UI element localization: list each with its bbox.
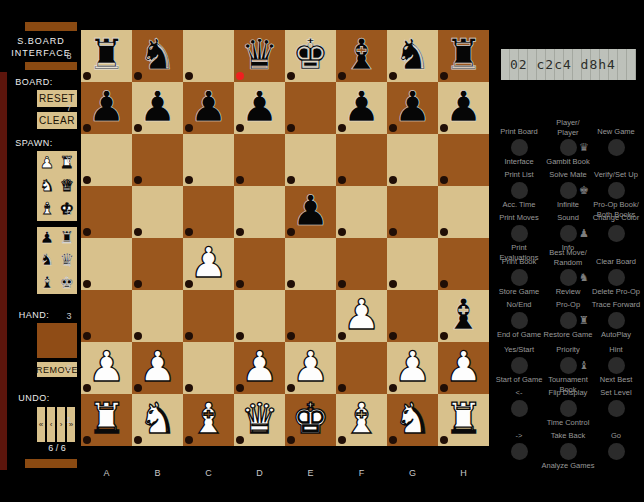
led-b6 xyxy=(134,176,142,184)
button-go[interactable] xyxy=(608,443,625,460)
square-c8[interactable] xyxy=(183,30,234,82)
led-f7 xyxy=(338,124,346,132)
label-hint: Hint xyxy=(581,345,644,355)
led-d6 xyxy=(236,176,244,184)
square-f3[interactable]: ♟ xyxy=(336,290,387,342)
led-a5 xyxy=(83,228,91,236)
square-g5[interactable] xyxy=(387,186,438,238)
piece-g7[interactable]: ♟ xyxy=(394,86,432,128)
led-c3 xyxy=(185,332,193,340)
piece-d2[interactable]: ♟ xyxy=(241,346,279,388)
piece-h2[interactable]: ♟ xyxy=(445,346,483,388)
button-print-book[interactable] xyxy=(511,269,528,286)
piece-c1[interactable]: ♝ xyxy=(190,398,228,440)
sidebar-bottom-bar xyxy=(25,459,77,468)
square-h2[interactable]: ♟ xyxy=(438,342,489,394)
spawn-section-label: SPAWN: xyxy=(4,138,64,148)
file-label-f: F xyxy=(336,468,387,478)
piece-a2[interactable]: ♟ xyxy=(88,346,126,388)
led-b1 xyxy=(134,436,142,444)
hand-section-label: HAND: xyxy=(4,310,64,320)
label-delete-pro-op: Delete Pro-Op xyxy=(581,287,644,297)
led-b4 xyxy=(134,280,142,288)
led-a8 xyxy=(83,72,91,80)
chess-board: ♜♞♛♚♝♞♜♟♟♟♟♟♟♟♟♟♟♝♟♟♟♟♟♟♜♞♝♛♚♝♞♜ xyxy=(81,30,489,446)
square-e2[interactable]: ♟ xyxy=(285,342,336,394)
spawn-bn[interactable]: ♞ xyxy=(37,249,57,271)
led-e4 xyxy=(287,280,295,288)
piece-f1[interactable]: ♝ xyxy=(343,398,381,440)
spawn-bb[interactable]: ♝ xyxy=(37,272,57,294)
square-g2[interactable]: ♟ xyxy=(387,342,438,394)
spawn-wn[interactable]: ♞ xyxy=(37,174,57,197)
square-h3[interactable]: ♝ xyxy=(438,290,489,342)
square-a2[interactable]: ♟ xyxy=(81,342,132,394)
piece-a7[interactable]: ♟ xyxy=(88,86,126,128)
led-d4 xyxy=(236,280,244,288)
piece-b8[interactable]: ♞ xyxy=(139,34,177,76)
square-a8[interactable]: ♜ xyxy=(81,30,132,82)
square-d1[interactable]: ♛ xyxy=(234,394,285,446)
square-d6[interactable] xyxy=(234,134,285,186)
led-c2 xyxy=(185,384,193,392)
led-d5 xyxy=(236,228,244,236)
led-a3 xyxy=(83,332,91,340)
piece-e8[interactable]: ♚ xyxy=(292,34,330,76)
lcd-move-text: 02 c2c4 d8h4 xyxy=(501,57,616,72)
piece-h8[interactable]: ♜ xyxy=(445,34,483,76)
board-section-label: BOARD: xyxy=(4,77,64,87)
piece-b2[interactable]: ♟ xyxy=(139,346,177,388)
button-verify-set-up[interactable] xyxy=(608,182,625,199)
square-e3[interactable] xyxy=(285,290,336,342)
led-g3 xyxy=(389,332,397,340)
led-h4 xyxy=(440,280,448,288)
piece-f3[interactable]: ♟ xyxy=(343,294,381,336)
left-accent-strip xyxy=(0,72,7,470)
led-d1 xyxy=(236,436,244,444)
square-e1[interactable]: ♚ xyxy=(285,394,336,446)
label-set-level: Set Level xyxy=(581,388,644,398)
piece-h3[interactable]: ♝ xyxy=(445,294,483,336)
square-a1[interactable]: ♜ xyxy=(81,394,132,446)
led-h3 xyxy=(440,332,448,340)
led-h2 xyxy=(440,384,448,392)
rank-label-2: 2 xyxy=(60,342,78,394)
rank-label-6: 6 xyxy=(60,134,78,186)
square-a4[interactable] xyxy=(81,238,132,290)
spawn-bp[interactable]: ♟ xyxy=(37,227,57,249)
led-b3 xyxy=(134,332,142,340)
label-next-best: Next Best xyxy=(581,375,644,385)
square-b6[interactable] xyxy=(132,134,183,186)
piece-b7[interactable]: ♟ xyxy=(139,86,177,128)
king-icon: ♚ xyxy=(579,185,589,196)
button-set-level[interactable] xyxy=(608,400,625,417)
rank-label-3: 3 xyxy=(60,290,78,342)
chess-computer-interface: S.BOARD INTERFACE BOARD: RESET CLEAR SPA… xyxy=(0,0,644,502)
square-h8[interactable]: ♜ xyxy=(438,30,489,82)
queen-icon: ♛ xyxy=(579,142,589,153)
button-best-move-random[interactable] xyxy=(560,269,577,286)
square-e4[interactable] xyxy=(285,238,336,290)
file-label-d: D xyxy=(234,468,285,478)
led-e5 xyxy=(287,228,295,236)
piece-a8[interactable]: ♜ xyxy=(88,34,126,76)
square-f7[interactable]: ♟ xyxy=(336,82,387,134)
label-new-game: New Game xyxy=(581,127,644,137)
square-b8[interactable]: ♞ xyxy=(132,30,183,82)
label-verify-set-up: Verify/Set Up xyxy=(581,170,644,180)
piece-h1[interactable]: ♜ xyxy=(445,398,483,440)
square-g6[interactable] xyxy=(387,134,438,186)
file-label-a: A xyxy=(81,468,132,478)
button-btn[interactable] xyxy=(511,443,528,460)
piece-g1[interactable]: ♞ xyxy=(394,398,432,440)
button-sound[interactable] xyxy=(560,225,577,242)
square-a3[interactable] xyxy=(81,290,132,342)
file-label-g: G xyxy=(387,468,438,478)
led-f5 xyxy=(338,228,346,236)
square-c4[interactable]: ♟ xyxy=(183,238,234,290)
square-c5[interactable] xyxy=(183,186,234,238)
piece-b1[interactable]: ♞ xyxy=(139,398,177,440)
file-labels: ABCDEFGH xyxy=(81,468,489,478)
led-a2 xyxy=(83,384,91,392)
square-f6[interactable] xyxy=(336,134,387,186)
square-g7[interactable]: ♟ xyxy=(387,82,438,134)
piece-f8[interactable]: ♝ xyxy=(343,34,381,76)
square-a5[interactable] xyxy=(81,186,132,238)
led-g1 xyxy=(389,436,397,444)
square-c2[interactable] xyxy=(183,342,234,394)
square-f8[interactable]: ♝ xyxy=(336,30,387,82)
square-a6[interactable] xyxy=(81,134,132,186)
square-g1[interactable]: ♞ xyxy=(387,394,438,446)
led-a7 xyxy=(83,124,91,132)
button-yes-start[interactable] xyxy=(511,357,528,374)
button-priority[interactable] xyxy=(560,357,577,374)
square-b4[interactable] xyxy=(132,238,183,290)
led-d8 xyxy=(236,72,244,80)
square-e5[interactable]: ♟ xyxy=(285,186,336,238)
square-f2[interactable] xyxy=(336,342,387,394)
label-autoplay: AutoPlay xyxy=(581,330,644,340)
led-c5 xyxy=(185,228,193,236)
piece-c4[interactable]: ♟ xyxy=(190,242,228,284)
square-f5[interactable] xyxy=(336,186,387,238)
led-g2 xyxy=(389,384,397,392)
label-gambit-book: Gambit Book xyxy=(533,157,603,167)
square-d4[interactable] xyxy=(234,238,285,290)
square-d2[interactable]: ♟ xyxy=(234,342,285,394)
piece-e5[interactable]: ♟ xyxy=(292,190,330,232)
piece-e2[interactable]: ♟ xyxy=(292,346,330,388)
led-h6 xyxy=(440,176,448,184)
piece-e1[interactable]: ♚ xyxy=(292,398,330,440)
button-trace-forward[interactable] xyxy=(608,312,625,329)
rank-label-8: 8 xyxy=(60,30,78,82)
pawn-icon: ♟ xyxy=(579,228,589,239)
led-e6 xyxy=(287,176,295,184)
undo-button-1[interactable]: ‹ xyxy=(47,407,55,442)
led-c4 xyxy=(185,280,193,288)
button-clear-board[interactable] xyxy=(608,269,625,286)
led-g7 xyxy=(389,124,397,132)
square-b2[interactable]: ♟ xyxy=(132,342,183,394)
square-g4[interactable] xyxy=(387,238,438,290)
button-no-end[interactable] xyxy=(511,312,528,329)
led-d3 xyxy=(236,332,244,340)
led-f8 xyxy=(338,72,346,80)
led-a6 xyxy=(83,176,91,184)
led-c8 xyxy=(185,72,193,80)
square-c7[interactable]: ♟ xyxy=(183,82,234,134)
piece-d1[interactable]: ♛ xyxy=(241,398,279,440)
led-h8 xyxy=(440,72,448,80)
button-new-game[interactable] xyxy=(608,139,625,156)
led-g5 xyxy=(389,228,397,236)
piece-f7[interactable]: ♟ xyxy=(343,86,381,128)
led-h5 xyxy=(440,228,448,236)
rank-label-1: 1 xyxy=(60,394,78,446)
led-c1 xyxy=(185,436,193,444)
square-e7[interactable] xyxy=(285,82,336,134)
label-trace-forward: Trace Forward xyxy=(581,300,644,310)
square-g3[interactable] xyxy=(387,290,438,342)
bishop-icon: ♝ xyxy=(579,360,589,371)
file-label-h: H xyxy=(438,468,489,478)
rank-label-5: 5 xyxy=(60,186,78,238)
piece-g2[interactable]: ♟ xyxy=(394,346,432,388)
spawn-wb[interactable]: ♝ xyxy=(37,198,57,221)
label-analyze-games: Analyze Games xyxy=(533,461,603,471)
square-g8[interactable]: ♞ xyxy=(387,30,438,82)
button-take-back[interactable] xyxy=(560,443,577,460)
button-solve-mate[interactable] xyxy=(560,182,577,199)
led-e3 xyxy=(287,332,295,340)
led-e7 xyxy=(287,124,295,132)
undo-button-0[interactable]: « xyxy=(37,407,45,442)
led-d7 xyxy=(236,124,244,132)
knight-icon: ♞ xyxy=(579,272,589,283)
lcd-display: 02 c2c4 d8h4 xyxy=(501,49,636,80)
piece-g8[interactable]: ♞ xyxy=(394,34,432,76)
led-e1 xyxy=(287,436,295,444)
square-h5[interactable] xyxy=(438,186,489,238)
piece-d8[interactable]: ♛ xyxy=(241,34,279,76)
led-a4 xyxy=(83,280,91,288)
square-h1[interactable]: ♜ xyxy=(438,394,489,446)
square-c6[interactable] xyxy=(183,134,234,186)
rook-icon: ♜ xyxy=(579,315,589,326)
led-b2 xyxy=(134,384,142,392)
piece-c7[interactable]: ♟ xyxy=(190,86,228,128)
button-pro-op[interactable] xyxy=(560,312,577,329)
button-flip-display[interactable] xyxy=(560,400,577,417)
piece-a1[interactable]: ♜ xyxy=(88,398,126,440)
rank-label-7: 7 xyxy=(60,82,78,134)
button-hint[interactable] xyxy=(608,357,625,374)
square-d8[interactable]: ♛ xyxy=(234,30,285,82)
file-label-e: E xyxy=(285,468,336,478)
led-e2 xyxy=(287,384,295,392)
square-a7[interactable]: ♟ xyxy=(81,82,132,134)
undo-section-label: UNDO: xyxy=(4,393,64,403)
led-g8 xyxy=(389,72,397,80)
square-f4[interactable] xyxy=(336,238,387,290)
square-e8[interactable]: ♚ xyxy=(285,30,336,82)
square-b5[interactable] xyxy=(132,186,183,238)
square-b3[interactable] xyxy=(132,290,183,342)
square-h4[interactable] xyxy=(438,238,489,290)
led-c7 xyxy=(185,124,193,132)
button-btn[interactable] xyxy=(511,400,528,417)
label-time-control: Time Control xyxy=(533,418,603,428)
piece-d7[interactable]: ♟ xyxy=(241,86,279,128)
led-f3 xyxy=(338,332,346,340)
button-print-board[interactable] xyxy=(511,139,528,156)
led-c6 xyxy=(185,176,193,184)
led-f2 xyxy=(338,384,346,392)
square-b1[interactable]: ♞ xyxy=(132,394,183,446)
square-h6[interactable] xyxy=(438,134,489,186)
led-h1 xyxy=(440,436,448,444)
label-go: Go xyxy=(581,431,644,441)
square-b7[interactable]: ♟ xyxy=(132,82,183,134)
square-h7[interactable]: ♟ xyxy=(438,82,489,134)
file-label-b: B xyxy=(132,468,183,478)
button-player-player[interactable] xyxy=(560,139,577,156)
square-f1[interactable]: ♝ xyxy=(336,394,387,446)
label-change-color: Change Color xyxy=(581,213,644,223)
rank-labels: 87654321 xyxy=(60,30,78,446)
led-a1 xyxy=(83,436,91,444)
button-print-list[interactable] xyxy=(511,182,528,199)
square-e6[interactable] xyxy=(285,134,336,186)
square-d5[interactable] xyxy=(234,186,285,238)
piece-h7[interactable]: ♟ xyxy=(445,86,483,128)
led-e8 xyxy=(287,72,295,80)
led-g4 xyxy=(389,280,397,288)
led-f6 xyxy=(338,176,346,184)
button-print-moves[interactable] xyxy=(511,225,528,242)
led-b5 xyxy=(134,228,142,236)
led-b8 xyxy=(134,72,142,80)
led-g6 xyxy=(389,176,397,184)
square-d3[interactable] xyxy=(234,290,285,342)
label-clear-board: Clear Board xyxy=(581,257,644,267)
file-label-c: C xyxy=(183,468,234,478)
square-d7[interactable]: ♟ xyxy=(234,82,285,134)
led-f1 xyxy=(338,436,346,444)
rank-label-4: 4 xyxy=(60,238,78,290)
square-c3[interactable] xyxy=(183,290,234,342)
led-h7 xyxy=(440,124,448,132)
button-change-color[interactable] xyxy=(608,225,625,242)
led-d2 xyxy=(236,384,244,392)
led-f4 xyxy=(338,280,346,288)
spawn-wp[interactable]: ♟ xyxy=(37,151,57,174)
square-c1[interactable]: ♝ xyxy=(183,394,234,446)
led-b7 xyxy=(134,124,142,132)
